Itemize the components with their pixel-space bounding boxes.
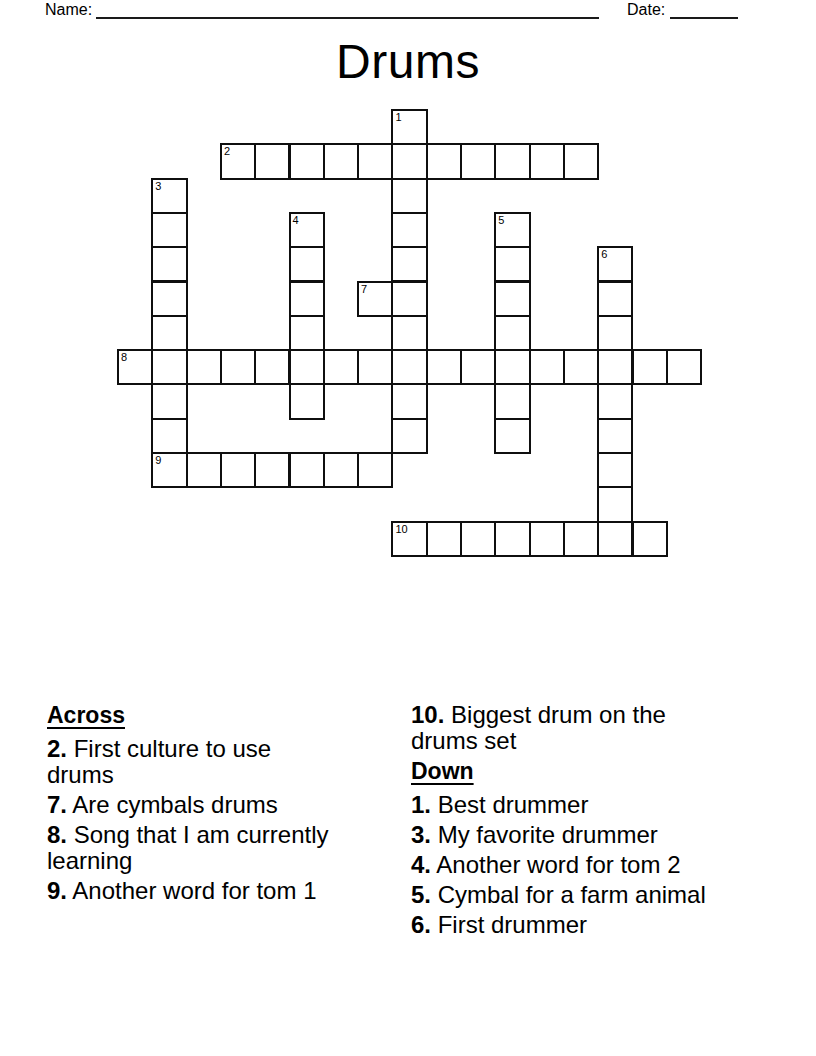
crossword-cell[interactable]: 8 [117,349,153,385]
across-heading: Across [47,702,381,729]
date-label: Date: [627,1,665,19]
crossword-cell[interactable] [494,418,530,454]
crossword-cell[interactable] [151,418,187,454]
cell-number: 4 [293,214,299,227]
cell-number: 5 [498,214,504,227]
clue-text: Are cymbals drums [67,791,278,818]
clue-number: 6. [411,911,431,938]
clue-number: 8. [47,821,67,848]
crossword-cell[interactable]: 5 [494,212,530,248]
cell-number: 6 [601,248,607,261]
crossword-cell[interactable] [391,383,427,419]
crossword-cell[interactable] [357,349,393,385]
crossword-cell[interactable]: 1 [391,109,427,145]
clue-item: 3. My favorite drummer [411,822,756,848]
crossword-cell[interactable] [494,281,530,317]
clue-text: Cymbal for a farm animal [431,881,706,908]
crossword-cell[interactable] [494,349,530,385]
crossword-cell[interactable] [391,246,427,282]
crossword-cell[interactable]: 9 [151,452,187,488]
crossword-cell[interactable] [289,246,325,282]
crossword-cell[interactable] [289,281,325,317]
crossword-cell[interactable]: 6 [597,246,633,282]
crossword-cell[interactable] [151,349,187,385]
crossword-cell[interactable] [289,143,325,179]
crossword-cell[interactable] [323,349,359,385]
clue-number: 5. [411,881,431,908]
crossword-cell[interactable]: 10 [391,521,427,557]
cell-number: 1 [395,111,401,124]
crossword-cell[interactable] [186,349,222,385]
crossword-cell[interactable] [597,315,633,351]
clue-number: 1. [411,791,431,818]
crossword-cell[interactable] [494,315,530,351]
clue-number: 9. [47,877,67,904]
crossword-cell[interactable] [563,143,599,179]
puzzle-title: Drums [0,36,816,88]
crossword-cell[interactable] [151,246,187,282]
date-line-field[interactable] [670,1,738,19]
crossword-cell[interactable] [391,418,427,454]
clue-number: 2. [47,735,67,762]
crossword-cell[interactable] [597,486,633,522]
crossword-cell[interactable] [563,521,599,557]
name-label: Name: [45,1,92,19]
down-heading: Down [411,758,756,785]
crossword-cell[interactable] [494,246,530,282]
crossword-cell[interactable] [597,452,633,488]
clue-item: 9. Another word for tom 1 [47,878,381,904]
crossword-cell[interactable] [494,521,530,557]
cell-number: 7 [361,283,367,296]
crossword-cell[interactable] [597,521,633,557]
crossword-cell[interactable] [220,452,256,488]
clue-text: First culture to use drums [47,735,271,788]
clue-item: 5. Cymbal for a farm animal [411,882,756,908]
crossword-cell[interactable] [597,349,633,385]
crossword-cell[interactable] [289,349,325,385]
crossword-cell[interactable] [460,349,496,385]
crossword-cell[interactable]: 3 [151,178,187,214]
clue-text: Biggest drum on the drums set [411,701,666,754]
crossword-cell[interactable] [391,349,427,385]
crossword-cell[interactable] [289,383,325,419]
crossword-cell[interactable] [254,349,290,385]
crossword-cell[interactable] [426,143,462,179]
crossword-cell[interactable] [494,143,530,179]
crossword-cell[interactable] [426,349,462,385]
clue-column-right: 10. Biggest drum on the drums setDown1. … [411,702,756,942]
crossword-grid: 12345678910 [117,109,707,559]
crossword-cell[interactable] [357,143,393,179]
clue-text: Another word for tom 1 [67,877,316,904]
crossword-cell[interactable] [323,143,359,179]
clue-text: First drummer [431,911,587,938]
crossword-cell[interactable] [289,315,325,351]
clue-number: 3. [411,821,431,848]
clue-column-left: Across2. First culture to use drums7. Ar… [47,702,381,908]
crossword-cell[interactable] [151,281,187,317]
crossword-cell[interactable] [597,383,633,419]
crossword-cell[interactable] [391,315,427,351]
crossword-cell[interactable] [391,143,427,179]
crossword-cell[interactable] [597,281,633,317]
crossword-cell[interactable] [186,452,222,488]
clue-item: 1. Best drummer [411,792,756,818]
worksheet-page: Name: Date: Drums 12345678910 Across2. F… [0,0,816,1056]
crossword-cell[interactable] [632,521,668,557]
crossword-cell[interactable]: 4 [289,212,325,248]
cell-number: 8 [121,351,127,364]
crossword-cell[interactable] [254,452,290,488]
crossword-cell[interactable] [529,143,565,179]
clue-item: 8. Song that I am currently learning [47,822,381,874]
crossword-cell[interactable] [391,178,427,214]
crossword-cell[interactable]: 7 [357,281,393,317]
crossword-cell[interactable] [357,452,393,488]
crossword-cell[interactable] [529,521,565,557]
crossword-cell[interactable] [494,383,530,419]
clue-number: 4. [411,851,431,878]
clue-text: Another word for tom 2 [431,851,680,878]
crossword-cell[interactable] [529,349,565,385]
clue-item: 2. First culture to use drums [47,736,381,788]
cell-number: 3 [155,180,161,193]
clue-item: 10. Biggest drum on the drums set [411,702,756,754]
crossword-cell[interactable] [151,383,187,419]
crossword-cell[interactable] [426,521,462,557]
crossword-cell[interactable] [391,212,427,248]
crossword-cell[interactable] [391,281,427,317]
crossword-cell[interactable] [666,349,702,385]
cell-number: 2 [224,145,230,158]
clue-text: Best drummer [431,791,588,818]
crossword-cell[interactable] [151,212,187,248]
clue-text: My favorite drummer [431,821,658,848]
crossword-cell[interactable] [323,452,359,488]
crossword-cell[interactable] [289,452,325,488]
clue-text: Song that I am currently learning [47,821,328,874]
crossword-cell[interactable] [460,521,496,557]
clue-item: 7. Are cymbals drums [47,792,381,818]
crossword-cell[interactable] [563,349,599,385]
cell-number: 10 [395,523,407,536]
cell-number: 9 [155,454,161,467]
crossword-cell[interactable] [460,143,496,179]
name-line-field[interactable] [96,1,599,19]
crossword-cell[interactable] [220,349,256,385]
clue-number: 10. [411,701,444,728]
crossword-cell[interactable] [597,418,633,454]
crossword-cell[interactable]: 2 [220,143,256,179]
crossword-cell[interactable] [254,143,290,179]
clue-item: 6. First drummer [411,912,756,938]
clue-item: 4. Another word for tom 2 [411,852,756,878]
crossword-cell[interactable] [632,349,668,385]
clue-number: 7. [47,791,67,818]
crossword-cell[interactable] [151,315,187,351]
